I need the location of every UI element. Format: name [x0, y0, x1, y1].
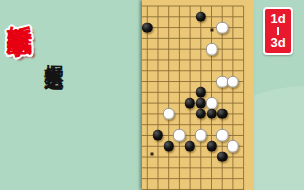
banner-subtitle: 探索棋之正道: [42, 49, 66, 58]
rank-divider: [277, 27, 279, 35]
go-board: [142, 0, 254, 190]
rank-bottom-label: 3d: [270, 37, 285, 49]
rank-top-label: 1d: [270, 13, 285, 25]
point-marker: [210, 28, 213, 31]
video-thumbnail: 斩断实战恶手 探索棋之正道 1d 3d: [0, 0, 304, 190]
rank-badge: 1d 3d: [263, 7, 293, 55]
point-marker: [151, 152, 154, 155]
banner-title: 斩断实战恶手: [3, 6, 37, 12]
